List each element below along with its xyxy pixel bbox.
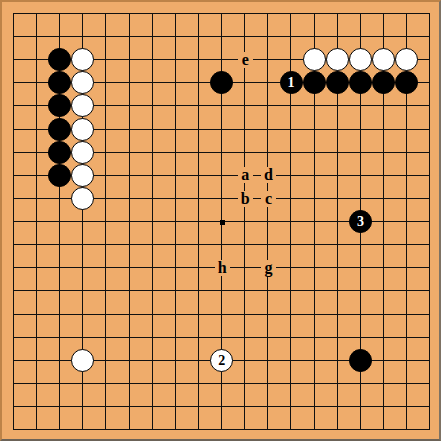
grid-cell: [36, 267, 59, 290]
grid-cell: [59, 13, 82, 36]
grid-cell: [267, 221, 290, 244]
grid-cell: [383, 129, 406, 152]
grid-cell: [13, 244, 36, 267]
grid-cell: [198, 13, 221, 36]
grid-cell: [383, 175, 406, 198]
grid-cell: [290, 290, 313, 313]
grid-cell: [13, 152, 36, 175]
grid-cell: [406, 198, 429, 221]
grid-cell: [152, 314, 175, 337]
grid-cell: [152, 383, 175, 406]
grid-cell: [383, 383, 406, 406]
black-stone[interactable]: [326, 71, 349, 94]
grid-cell: [129, 337, 152, 360]
white-stone[interactable]: [71, 141, 94, 164]
grid-cell: [337, 267, 360, 290]
grid-cell: [105, 198, 128, 221]
grid-cell: [383, 314, 406, 337]
go-board: eadbchg132: [0, 0, 441, 441]
grid-cell: [360, 314, 383, 337]
grid-cell: [59, 267, 82, 290]
grid-cell: [175, 13, 198, 36]
grid-cell: [129, 13, 152, 36]
grid-cell: [105, 244, 128, 267]
grid-cell: [13, 337, 36, 360]
grid-cell: [360, 267, 383, 290]
grid-cell: [175, 59, 198, 82]
grid-cell: [105, 13, 128, 36]
grid-cell: [244, 406, 267, 429]
grid-cell: [82, 244, 105, 267]
grid-cell: [221, 290, 244, 313]
grid-cell: [360, 244, 383, 267]
grid-cell: [13, 406, 36, 429]
grid-cell: [105, 337, 128, 360]
grid-cell: [13, 383, 36, 406]
grid-cell: [152, 152, 175, 175]
grid-cell: [129, 105, 152, 128]
black-stone[interactable]: [48, 118, 71, 141]
grid-cell: [129, 221, 152, 244]
hoshi-point: [220, 220, 225, 225]
grid-cell: [175, 360, 198, 383]
grid-cell: [337, 152, 360, 175]
grid-cell: [129, 82, 152, 105]
grid-cell: [129, 267, 152, 290]
grid-cell: [13, 105, 36, 128]
grid-cell: [290, 360, 313, 383]
grid-cell: [290, 198, 313, 221]
grid-cell: [314, 152, 337, 175]
grid-cell: [198, 406, 221, 429]
grid-cell: [152, 290, 175, 313]
grid-cell: [152, 267, 175, 290]
point-label-a: a: [238, 167, 253, 183]
grid-cell: [290, 175, 313, 198]
grid-cell: [244, 105, 267, 128]
grid-cell: [314, 290, 337, 313]
grid-cell: [13, 267, 36, 290]
grid-cell: [314, 314, 337, 337]
grid-cell: [129, 360, 152, 383]
black-stone[interactable]: [349, 349, 372, 372]
grid-cell: [105, 82, 128, 105]
grid-cell: [175, 82, 198, 105]
grid-cell: [337, 175, 360, 198]
white-stone[interactable]: [71, 118, 94, 141]
grid-cell: [198, 175, 221, 198]
white-stone[interactable]: [326, 48, 349, 71]
grid-cell: [82, 13, 105, 36]
grid-cell: [36, 360, 59, 383]
grid-cell: [175, 383, 198, 406]
grid-cell: [13, 36, 36, 59]
grid-cell: [267, 290, 290, 313]
grid-cell: [175, 198, 198, 221]
grid-cell: [36, 198, 59, 221]
grid-cell: [267, 36, 290, 59]
grid-cell: [105, 314, 128, 337]
grid-cell: [290, 152, 313, 175]
grid-cell: [152, 337, 175, 360]
grid-cell: [290, 105, 313, 128]
grid-cell: [314, 267, 337, 290]
grid-cell: [82, 290, 105, 313]
grid-cell: [290, 244, 313, 267]
grid-cell: [82, 267, 105, 290]
grid-cell: [314, 105, 337, 128]
grid-cell: [36, 337, 59, 360]
grid-cell: [105, 221, 128, 244]
grid-cell: [244, 221, 267, 244]
grid-cell: [244, 383, 267, 406]
grid-cell: [175, 152, 198, 175]
grid-cell: [152, 244, 175, 267]
grid-cell: [129, 36, 152, 59]
grid-cell: [221, 105, 244, 128]
grid-cell: [406, 314, 429, 337]
grid-cell: [360, 13, 383, 36]
grid-cell: [152, 221, 175, 244]
point-label-c: c: [261, 191, 276, 207]
grid-cell: [360, 129, 383, 152]
grid-cell: [105, 290, 128, 313]
grid-cell: [198, 221, 221, 244]
grid-cell: [244, 82, 267, 105]
grid-cell: [36, 314, 59, 337]
grid-cell: [175, 267, 198, 290]
grid-cell: [13, 175, 36, 198]
grid-cell: [129, 383, 152, 406]
grid-cell: [244, 314, 267, 337]
grid-cell: [406, 221, 429, 244]
grid-cell: [175, 129, 198, 152]
grid-cell: [360, 175, 383, 198]
grid-cell: [221, 406, 244, 429]
grid-cell: [267, 314, 290, 337]
grid-cell: [59, 290, 82, 313]
grid-cell: [267, 360, 290, 383]
grid-cell: [36, 383, 59, 406]
grid-cell: [36, 406, 59, 429]
grid-cell: [105, 129, 128, 152]
point-label-d: d: [261, 167, 276, 183]
black-stone[interactable]: [48, 141, 71, 164]
grid-cell: [383, 105, 406, 128]
grid-cell: [82, 221, 105, 244]
grid-cell: [129, 406, 152, 429]
grid-cell: [198, 105, 221, 128]
grid-cell: [13, 129, 36, 152]
grid-cell: [198, 383, 221, 406]
grid-cell: [36, 290, 59, 313]
grid-cell: [290, 13, 313, 36]
grid-cell: [129, 290, 152, 313]
grid-cell: [244, 290, 267, 313]
grid-cell: [152, 129, 175, 152]
grid-cell: [314, 221, 337, 244]
grid-cell: [59, 221, 82, 244]
grid-cell: [290, 406, 313, 429]
grid-cell: [337, 383, 360, 406]
grid-cell: [105, 152, 128, 175]
grid-cell: [406, 13, 429, 36]
grid-cell: [383, 337, 406, 360]
grid-cell: [337, 13, 360, 36]
grid-cell: [198, 198, 221, 221]
grid-cell: [175, 105, 198, 128]
white-stone[interactable]: [349, 48, 372, 71]
grid-cell: [314, 129, 337, 152]
grid-cell: [129, 129, 152, 152]
grid-cell: [105, 267, 128, 290]
grid-cell: [290, 383, 313, 406]
grid-cell: [406, 129, 429, 152]
grid-cell: [221, 13, 244, 36]
black-stone[interactable]: [48, 164, 71, 187]
grid-cell: [290, 314, 313, 337]
grid-cell: [244, 360, 267, 383]
grid-cell: [175, 175, 198, 198]
grid-cell: [267, 105, 290, 128]
grid-cell: [13, 360, 36, 383]
grid-cell: [198, 36, 221, 59]
grid-cell: [198, 129, 221, 152]
grid-cell: [383, 267, 406, 290]
grid-cell: [175, 221, 198, 244]
grid-cell: [337, 244, 360, 267]
grid-cell: [36, 13, 59, 36]
grid-cell: [360, 152, 383, 175]
grid-cell: [13, 314, 36, 337]
grid-cell: [129, 152, 152, 175]
grid-cell: [175, 290, 198, 313]
grid-cell: [244, 129, 267, 152]
point-label-g: g: [261, 260, 276, 276]
grid-cell: [152, 59, 175, 82]
grid-cell: [267, 337, 290, 360]
grid-cell: [406, 383, 429, 406]
grid-cell: [152, 36, 175, 59]
white-stone[interactable]: [303, 48, 326, 71]
grid-cell: [406, 267, 429, 290]
grid-cell: [290, 267, 313, 290]
grid-cell: [337, 105, 360, 128]
grid-cell: [406, 337, 429, 360]
grid-cell: [175, 314, 198, 337]
grid-cell: [383, 290, 406, 313]
grid-cell: [337, 406, 360, 429]
grid-cell: [129, 244, 152, 267]
grid-cell: [290, 221, 313, 244]
grid-cell: [383, 13, 406, 36]
grid-cell: [175, 36, 198, 59]
grid-cell: [105, 175, 128, 198]
grid-cell: [406, 406, 429, 429]
grid-cell: [105, 105, 128, 128]
grid-cell: [129, 198, 152, 221]
grid-cell: [360, 290, 383, 313]
grid-cell: [360, 406, 383, 429]
grid-cell: [314, 175, 337, 198]
grid-cell: [337, 314, 360, 337]
grid-cell: [175, 244, 198, 267]
grid-cell: [129, 175, 152, 198]
grid-cell: [152, 406, 175, 429]
grid-cell: [198, 314, 221, 337]
grid-cell: [290, 337, 313, 360]
grid-cell: [82, 314, 105, 337]
point-label-e: e: [238, 52, 253, 68]
grid-cell: [198, 152, 221, 175]
grid-cell: [105, 360, 128, 383]
grid-cell: [406, 105, 429, 128]
grid-cell: [221, 314, 244, 337]
grid-cell: [221, 383, 244, 406]
grid-cell: [175, 406, 198, 429]
grid-cell: [13, 13, 36, 36]
grid-cell: [383, 198, 406, 221]
grid-cell: [383, 360, 406, 383]
grid-cell: [152, 82, 175, 105]
point-label-b: b: [238, 191, 253, 207]
black-stone-move-1[interactable]: 1: [280, 71, 303, 94]
grid-cell: [13, 82, 36, 105]
grid-cell: [267, 129, 290, 152]
grid-cell: [406, 244, 429, 267]
grid-cell: [383, 244, 406, 267]
grid-cell: [129, 314, 152, 337]
grid-cell: [406, 360, 429, 383]
grid-cell: [175, 337, 198, 360]
grid-cell: [152, 105, 175, 128]
grid-cell: [337, 129, 360, 152]
grid-cell: [360, 383, 383, 406]
grid-cell: [314, 244, 337, 267]
grid-cell: [105, 406, 128, 429]
grid-cell: [36, 221, 59, 244]
grid-cell: [221, 129, 244, 152]
grid-cell: [59, 383, 82, 406]
grid-cell: [314, 360, 337, 383]
white-stone[interactable]: [71, 164, 94, 187]
grid-cell: [82, 406, 105, 429]
grid-cell: [406, 290, 429, 313]
grid-cell: [59, 314, 82, 337]
grid-cell: [105, 59, 128, 82]
black-stone[interactable]: [303, 71, 326, 94]
grid-cell: [129, 59, 152, 82]
grid-cell: [152, 13, 175, 36]
grid-cell: [82, 383, 105, 406]
grid-cell: [36, 244, 59, 267]
grid-cell: [13, 198, 36, 221]
grid-cell: [314, 383, 337, 406]
grid-cell: [244, 13, 267, 36]
grid-cell: [337, 290, 360, 313]
grid-cell: [13, 290, 36, 313]
grid-cell: [267, 406, 290, 429]
grid-cell: [198, 290, 221, 313]
grid-cell: [383, 406, 406, 429]
grid-cell: [314, 337, 337, 360]
grid-cell: [290, 129, 313, 152]
grid-cell: [105, 36, 128, 59]
grid-cell: [152, 360, 175, 383]
grid-cell: [59, 244, 82, 267]
grid-cell: [406, 175, 429, 198]
grid-cell: [13, 59, 36, 82]
grid-cell: [244, 337, 267, 360]
grid-cell: [383, 152, 406, 175]
grid-cell: [314, 198, 337, 221]
grid-cell: [406, 152, 429, 175]
grid-cell: [152, 198, 175, 221]
grid-cell: [267, 383, 290, 406]
grid-cell: [314, 13, 337, 36]
grid-cell: [59, 406, 82, 429]
grid-cell: [360, 105, 383, 128]
grid-cell: [314, 406, 337, 429]
grid-cell: [105, 383, 128, 406]
grid-cell: [13, 221, 36, 244]
grid-cell: [152, 175, 175, 198]
grid-cell: [267, 13, 290, 36]
point-label-h: h: [215, 260, 230, 276]
grid-cell: [383, 221, 406, 244]
